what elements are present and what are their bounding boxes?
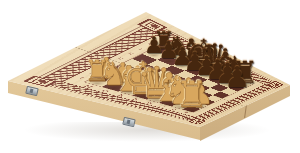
clasp-slot — [127, 120, 131, 124]
chess-set-photo-scene: HGFEDCBA 12345678 ♜♞♝♛♚♝♞♜♟♟♟♟♟♟♟♟♟♟♟♟♟♟… — [0, 0, 300, 153]
clasp-slot — [30, 89, 34, 93]
